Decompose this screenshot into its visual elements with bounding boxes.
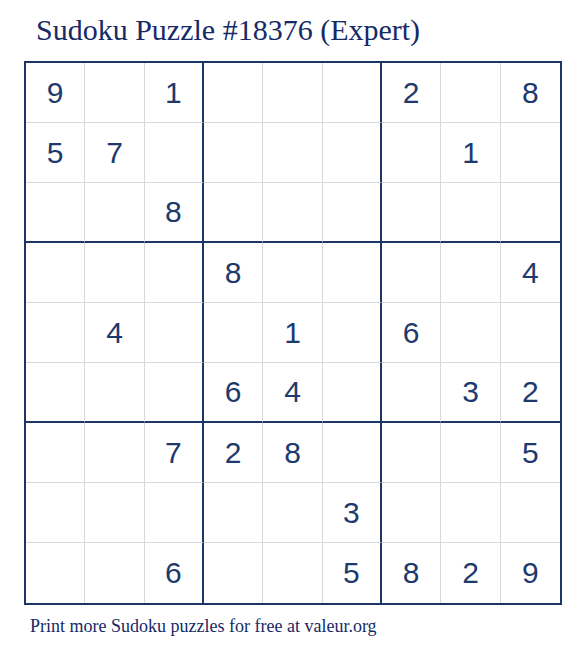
cell-r4c6 <box>323 243 382 303</box>
cell-r2c3 <box>145 123 204 183</box>
cell-r5c4 <box>204 303 263 363</box>
cell-r8c5 <box>263 483 322 543</box>
cell-r1c1: 9 <box>26 63 85 123</box>
cell-r9c9: 9 <box>501 543 560 603</box>
cell-r2c2: 7 <box>85 123 144 183</box>
cell-r4c2 <box>85 243 144 303</box>
cell-r6c1 <box>26 363 85 423</box>
cell-r7c3: 7 <box>145 423 204 483</box>
cell-r1c5 <box>263 63 322 123</box>
cell-r9c7: 8 <box>382 543 441 603</box>
cell-r3c4 <box>204 183 263 243</box>
cell-r4c4: 8 <box>204 243 263 303</box>
cell-r6c7 <box>382 363 441 423</box>
cell-r6c9: 2 <box>501 363 560 423</box>
cell-r3c3: 8 <box>145 183 204 243</box>
cell-r8c1 <box>26 483 85 543</box>
cell-r4c8 <box>441 243 500 303</box>
cell-r1c3: 1 <box>145 63 204 123</box>
cell-r3c5 <box>263 183 322 243</box>
cell-r2c1: 5 <box>26 123 85 183</box>
cell-r6c6 <box>323 363 382 423</box>
cell-r4c9: 4 <box>501 243 560 303</box>
cell-r9c4 <box>204 543 263 603</box>
cell-r5c5: 1 <box>263 303 322 363</box>
cell-r2c8: 1 <box>441 123 500 183</box>
cell-r8c8 <box>441 483 500 543</box>
cell-r7c4: 2 <box>204 423 263 483</box>
cell-r6c2 <box>85 363 144 423</box>
cell-r9c8: 2 <box>441 543 500 603</box>
cell-r1c8 <box>441 63 500 123</box>
cell-r7c9: 5 <box>501 423 560 483</box>
cell-r8c6: 3 <box>323 483 382 543</box>
cell-r6c8: 3 <box>441 363 500 423</box>
cell-r8c4 <box>204 483 263 543</box>
cell-r7c2 <box>85 423 144 483</box>
cell-r1c9: 8 <box>501 63 560 123</box>
cell-r6c4: 6 <box>204 363 263 423</box>
cell-r2c6 <box>323 123 382 183</box>
cell-r8c3 <box>145 483 204 543</box>
cell-r5c7: 6 <box>382 303 441 363</box>
cell-r3c9 <box>501 183 560 243</box>
cell-r4c5 <box>263 243 322 303</box>
page-title: Sudoku Puzzle #18376 (Expert) <box>36 15 420 45</box>
cell-r5c3 <box>145 303 204 363</box>
cell-r9c3: 6 <box>145 543 204 603</box>
footer-text: Print more Sudoku puzzles for free at va… <box>30 616 377 638</box>
cell-r5c9 <box>501 303 560 363</box>
cell-r4c1 <box>26 243 85 303</box>
cell-r5c2: 4 <box>85 303 144 363</box>
cell-r9c1 <box>26 543 85 603</box>
cell-r1c4 <box>204 63 263 123</box>
cell-r1c6 <box>323 63 382 123</box>
cell-r3c8 <box>441 183 500 243</box>
cell-r7c8 <box>441 423 500 483</box>
cell-r5c8 <box>441 303 500 363</box>
cell-r8c9 <box>501 483 560 543</box>
cell-r2c4 <box>204 123 263 183</box>
cell-r6c3 <box>145 363 204 423</box>
cell-r8c2 <box>85 483 144 543</box>
cell-r3c2 <box>85 183 144 243</box>
cell-r9c2 <box>85 543 144 603</box>
cell-r9c6: 5 <box>323 543 382 603</box>
cell-r7c1 <box>26 423 85 483</box>
cell-r1c2 <box>85 63 144 123</box>
cell-r4c7 <box>382 243 441 303</box>
cell-r5c6 <box>323 303 382 363</box>
cell-r4c3 <box>145 243 204 303</box>
cell-r3c7 <box>382 183 441 243</box>
cell-r9c5 <box>263 543 322 603</box>
cell-r3c1 <box>26 183 85 243</box>
cell-r2c5 <box>263 123 322 183</box>
cell-r7c5: 8 <box>263 423 322 483</box>
cell-r7c7 <box>382 423 441 483</box>
sudoku-board: 912857188441664327285365829 <box>24 61 562 605</box>
cell-r8c7 <box>382 483 441 543</box>
cell-r7c6 <box>323 423 382 483</box>
cell-r5c1 <box>26 303 85 363</box>
cell-r3c6 <box>323 183 382 243</box>
cell-r2c9 <box>501 123 560 183</box>
cell-r1c7: 2 <box>382 63 441 123</box>
cell-r6c5: 4 <box>263 363 322 423</box>
cell-r2c7 <box>382 123 441 183</box>
